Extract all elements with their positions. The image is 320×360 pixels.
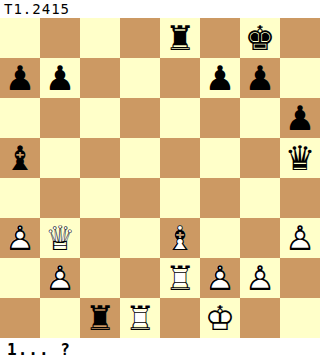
white-pawn-outline: ♙ [0, 218, 40, 258]
square-a2[interactable] [0, 258, 40, 298]
black-pawn-glyph: ♟ [0, 58, 40, 98]
square-h7[interactable] [280, 58, 320, 98]
square-e7[interactable] [160, 58, 200, 98]
white-rook-outline: ♖ [160, 258, 200, 298]
square-f3[interactable] [200, 218, 240, 258]
square-a7[interactable]: ♟ [0, 58, 40, 98]
black-queen-glyph: ♛ [280, 138, 320, 178]
square-e5[interactable] [160, 138, 200, 178]
black-pawn-glyph: ♟ [280, 98, 320, 138]
square-g4[interactable] [240, 178, 280, 218]
square-d7[interactable] [120, 58, 160, 98]
puzzle-title-bar: T1.2415 [0, 0, 320, 18]
black-rook-glyph: ♜ [80, 298, 120, 338]
square-c8[interactable] [80, 18, 120, 58]
square-f4[interactable] [200, 178, 240, 218]
square-e8[interactable]: ♜ [160, 18, 200, 58]
square-b2[interactable]: ♟♙ [40, 258, 80, 298]
black-bishop-glyph: ♝ [0, 138, 40, 178]
square-g7[interactable]: ♟ [240, 58, 280, 98]
square-d6[interactable] [120, 98, 160, 138]
black-pawn[interactable]: ♟ [240, 58, 280, 98]
square-g3[interactable] [240, 218, 280, 258]
square-b5[interactable] [40, 138, 80, 178]
white-rook[interactable]: ♜♖ [160, 258, 200, 298]
square-b1[interactable] [40, 298, 80, 338]
square-a6[interactable] [0, 98, 40, 138]
square-e4[interactable] [160, 178, 200, 218]
black-pawn-glyph: ♟ [200, 58, 240, 98]
square-f1[interactable]: ♚♔ [200, 298, 240, 338]
white-king-outline: ♔ [200, 298, 240, 338]
black-pawn-glyph: ♟ [40, 58, 80, 98]
square-a5[interactable]: ♝ [0, 138, 40, 178]
square-e2[interactable]: ♜♖ [160, 258, 200, 298]
square-h6[interactable]: ♟ [280, 98, 320, 138]
square-h3[interactable]: ♟♙ [280, 218, 320, 258]
white-pawn[interactable]: ♟♙ [240, 258, 280, 298]
chess-board: ♜♚♟♟♟♟♟♝♛♟♙♛♕♝♗♟♙♟♙♜♖♟♙♟♙♜♜♖♚♔ [0, 18, 320, 338]
black-pawn[interactable]: ♟ [0, 58, 40, 98]
black-pawn-glyph: ♟ [240, 58, 280, 98]
square-d1[interactable]: ♜♖ [120, 298, 160, 338]
white-rook-outline: ♖ [120, 298, 160, 338]
white-pawn-outline: ♙ [240, 258, 280, 298]
square-f6[interactable] [200, 98, 240, 138]
white-rook[interactable]: ♜♖ [120, 298, 160, 338]
square-d3[interactable] [120, 218, 160, 258]
square-d4[interactable] [120, 178, 160, 218]
black-pawn[interactable]: ♟ [280, 98, 320, 138]
square-e3[interactable]: ♝♗ [160, 218, 200, 258]
white-pawn-outline: ♙ [40, 258, 80, 298]
black-rook-glyph: ♜ [160, 18, 200, 58]
move-prompt: 1... ? [7, 340, 71, 359]
white-pawn-outline: ♙ [280, 218, 320, 258]
white-bishop-outline: ♗ [160, 218, 200, 258]
white-pawn[interactable]: ♟♙ [40, 258, 80, 298]
square-c5[interactable] [80, 138, 120, 178]
square-a8[interactable] [0, 18, 40, 58]
square-e6[interactable] [160, 98, 200, 138]
square-g1[interactable] [240, 298, 280, 338]
square-g6[interactable] [240, 98, 280, 138]
white-bishop[interactable]: ♝♗ [160, 218, 200, 258]
square-c6[interactable] [80, 98, 120, 138]
square-c7[interactable] [80, 58, 120, 98]
white-pawn[interactable]: ♟♙ [280, 218, 320, 258]
white-pawn-outline: ♙ [200, 258, 240, 298]
square-h8[interactable] [280, 18, 320, 58]
square-f7[interactable]: ♟ [200, 58, 240, 98]
square-c2[interactable] [80, 258, 120, 298]
square-c4[interactable] [80, 178, 120, 218]
square-h2[interactable] [280, 258, 320, 298]
square-b4[interactable] [40, 178, 80, 218]
square-g8[interactable]: ♚ [240, 18, 280, 58]
square-b8[interactable] [40, 18, 80, 58]
white-pawn[interactable]: ♟♙ [0, 218, 40, 258]
square-d2[interactable] [120, 258, 160, 298]
square-f2[interactable]: ♟♙ [200, 258, 240, 298]
white-queen[interactable]: ♛♕ [40, 218, 80, 258]
square-g5[interactable] [240, 138, 280, 178]
move-prompt-bar: 1... ? [0, 338, 320, 360]
white-pawn[interactable]: ♟♙ [200, 258, 240, 298]
square-h1[interactable] [280, 298, 320, 338]
square-b7[interactable]: ♟ [40, 58, 80, 98]
puzzle-id: T1.2415 [4, 1, 70, 17]
square-c3[interactable] [80, 218, 120, 258]
white-king[interactable]: ♚♔ [200, 298, 240, 338]
square-f8[interactable] [200, 18, 240, 58]
square-h5[interactable]: ♛ [280, 138, 320, 178]
square-f5[interactable] [200, 138, 240, 178]
square-a4[interactable] [0, 178, 40, 218]
square-b6[interactable] [40, 98, 80, 138]
black-pawn[interactable]: ♟ [200, 58, 240, 98]
square-d8[interactable] [120, 18, 160, 58]
black-queen[interactable]: ♛ [280, 138, 320, 178]
square-a1[interactable] [0, 298, 40, 338]
black-rook[interactable]: ♜ [160, 18, 200, 58]
white-queen-outline: ♕ [40, 218, 80, 258]
black-king[interactable]: ♚ [240, 18, 280, 58]
square-h4[interactable] [280, 178, 320, 218]
square-c1[interactable]: ♜ [80, 298, 120, 338]
square-d5[interactable] [120, 138, 160, 178]
square-a3[interactable]: ♟♙ [0, 218, 40, 258]
black-king-glyph: ♚ [240, 18, 280, 58]
square-b3[interactable]: ♛♕ [40, 218, 80, 258]
black-bishop[interactable]: ♝ [0, 138, 40, 178]
black-pawn[interactable]: ♟ [40, 58, 80, 98]
black-rook[interactable]: ♜ [80, 298, 120, 338]
square-e1[interactable] [160, 298, 200, 338]
square-g2[interactable]: ♟♙ [240, 258, 280, 298]
